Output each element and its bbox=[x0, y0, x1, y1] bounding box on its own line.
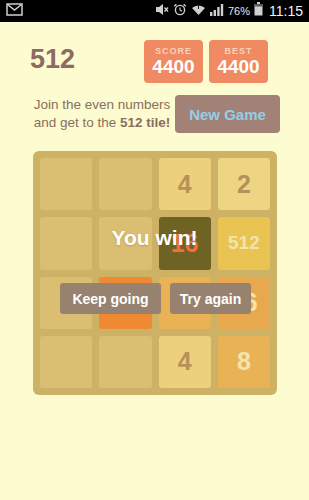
page-title: 512 bbox=[30, 44, 75, 75]
intro-text: Join the even numbers and get to the 512… bbox=[28, 96, 176, 132]
battery-percent: 76% bbox=[228, 5, 250, 17]
empty-cell bbox=[40, 158, 92, 210]
wifi-icon bbox=[191, 2, 206, 20]
best-label: BEST bbox=[224, 46, 252, 56]
keep-going-button[interactable]: Keep going bbox=[60, 283, 161, 314]
tile-16: 16 bbox=[159, 217, 211, 269]
empty-cell bbox=[99, 217, 151, 269]
tile-4: 4 bbox=[159, 158, 211, 210]
intro-line2: and get to the bbox=[34, 115, 120, 130]
tile-2: 2 bbox=[218, 158, 270, 210]
new-game-button[interactable]: New Game bbox=[175, 95, 280, 133]
intro-line1: Join the even numbers bbox=[34, 97, 171, 112]
empty-cell bbox=[99, 336, 151, 388]
battery-icon bbox=[254, 2, 263, 20]
score-label: SCORE bbox=[155, 46, 192, 56]
status-icons: 76% 11:15 bbox=[154, 2, 303, 20]
clock: 11:15 bbox=[269, 3, 303, 19]
best-box: BEST 4400 bbox=[209, 40, 268, 83]
score-box: SCORE 4400 bbox=[144, 40, 203, 83]
try-again-button[interactable]: Try again bbox=[170, 283, 251, 314]
score-value: 4400 bbox=[152, 56, 194, 77]
tile-512: 512 bbox=[218, 217, 270, 269]
board[interactable]: 42165126481648 bbox=[33, 151, 277, 395]
best-value: 4400 bbox=[217, 56, 259, 77]
mute-icon bbox=[154, 2, 169, 20]
envelope-icon bbox=[6, 2, 23, 20]
tile-8: 8 bbox=[218, 336, 270, 388]
signal-icon bbox=[210, 2, 224, 20]
status-bar: 76% 11:15 bbox=[0, 0, 309, 22]
empty-cell bbox=[40, 336, 92, 388]
intro-goal: 512 tile! bbox=[120, 115, 170, 130]
alarm-icon bbox=[173, 2, 187, 20]
screen: 76% 11:15 512 SCORE 4400 BEST 4400 Join … bbox=[0, 0, 309, 500]
empty-cell bbox=[99, 158, 151, 210]
empty-cell bbox=[40, 217, 92, 269]
tile-4: 4 bbox=[159, 336, 211, 388]
